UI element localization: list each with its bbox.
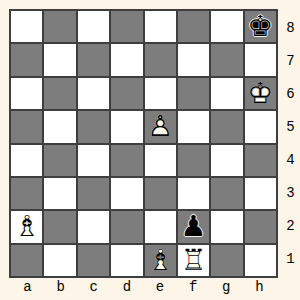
white-bishop-piece[interactable]: ♝♗ xyxy=(11,211,42,242)
rank-label-7: 7 xyxy=(282,44,299,77)
square-f7[interactable] xyxy=(178,44,209,75)
square-c2[interactable] xyxy=(78,211,109,242)
square-g8[interactable] xyxy=(211,11,242,42)
square-a8[interactable] xyxy=(11,11,42,42)
white-pawn-piece[interactable]: ♟♙ xyxy=(145,111,176,142)
white-bishop-outline-glyph: ♗ xyxy=(14,212,40,241)
square-f2[interactable]: ♟ xyxy=(178,211,209,242)
white-pawn-outline-glyph: ♙ xyxy=(147,112,173,141)
square-h2[interactable] xyxy=(245,211,276,242)
square-h6[interactable]: ♚♔ xyxy=(245,78,276,109)
rank-label-6: 6 xyxy=(282,77,299,110)
file-label-d: d xyxy=(110,279,143,297)
square-a6[interactable] xyxy=(11,78,42,109)
square-g6[interactable] xyxy=(211,78,242,109)
file-label-f: f xyxy=(177,279,210,297)
square-e3[interactable] xyxy=(145,178,176,209)
square-a2[interactable]: ♝♗ xyxy=(11,211,42,242)
square-d4[interactable] xyxy=(111,145,142,176)
rank-label-8: 8 xyxy=(282,11,299,44)
square-f3[interactable] xyxy=(178,178,209,209)
square-g3[interactable] xyxy=(211,178,242,209)
square-c6[interactable] xyxy=(78,78,109,109)
rank-label-1: 1 xyxy=(282,243,299,276)
square-h7[interactable] xyxy=(245,44,276,75)
square-g7[interactable] xyxy=(211,44,242,75)
file-label-e: e xyxy=(144,279,177,297)
square-d6[interactable] xyxy=(111,78,142,109)
square-a4[interactable] xyxy=(11,145,42,176)
white-king-piece[interactable]: ♚♔ xyxy=(245,78,276,109)
square-b3[interactable] xyxy=(44,178,75,209)
black-king-piece[interactable]: ♚ xyxy=(245,11,276,42)
white-king-outline-glyph: ♔ xyxy=(247,79,273,108)
rank-label-2: 2 xyxy=(282,210,299,243)
black-pawn-piece[interactable]: ♟ xyxy=(178,211,209,242)
chess-diagram: ♚♚♔♟♙♝♗♟♝♗♜♖ abcdefgh 87654321 xyxy=(0,0,300,300)
square-f5[interactable] xyxy=(178,111,209,142)
square-e1[interactable]: ♝♗ xyxy=(145,245,176,276)
square-d3[interactable] xyxy=(111,178,142,209)
square-d8[interactable] xyxy=(111,11,142,42)
square-d5[interactable] xyxy=(111,111,142,142)
white-bishop-outline-glyph: ♗ xyxy=(147,246,173,275)
file-labels: abcdefgh xyxy=(11,279,276,297)
file-label-h: h xyxy=(243,279,276,297)
square-e4[interactable] xyxy=(145,145,176,176)
square-c5[interactable] xyxy=(78,111,109,142)
square-c1[interactable] xyxy=(78,245,109,276)
square-c7[interactable] xyxy=(78,44,109,75)
square-b2[interactable] xyxy=(44,211,75,242)
square-f8[interactable] xyxy=(178,11,209,42)
square-e7[interactable] xyxy=(145,44,176,75)
square-a7[interactable] xyxy=(11,44,42,75)
black-pawn-fill-glyph: ♟ xyxy=(181,212,207,241)
white-bishop-piece[interactable]: ♝♗ xyxy=(145,245,176,276)
square-f6[interactable] xyxy=(178,78,209,109)
square-a5[interactable] xyxy=(11,111,42,142)
square-h4[interactable] xyxy=(245,145,276,176)
square-h3[interactable] xyxy=(245,178,276,209)
square-a3[interactable] xyxy=(11,178,42,209)
square-e5[interactable]: ♟♙ xyxy=(145,111,176,142)
rank-label-5: 5 xyxy=(282,110,299,143)
white-rook-outline-glyph: ♖ xyxy=(181,246,207,275)
square-h8[interactable]: ♚ xyxy=(245,11,276,42)
file-label-g: g xyxy=(210,279,243,297)
square-f1[interactable]: ♜♖ xyxy=(178,245,209,276)
rank-labels: 87654321 xyxy=(282,11,299,276)
square-h1[interactable] xyxy=(245,245,276,276)
file-label-b: b xyxy=(44,279,77,297)
square-a1[interactable] xyxy=(11,245,42,276)
square-b1[interactable] xyxy=(44,245,75,276)
black-king-fill-glyph: ♚ xyxy=(247,12,273,41)
square-d2[interactable] xyxy=(111,211,142,242)
file-label-a: a xyxy=(11,279,44,297)
square-d7[interactable] xyxy=(111,44,142,75)
square-c4[interactable] xyxy=(78,145,109,176)
square-b7[interactable] xyxy=(44,44,75,75)
square-e8[interactable] xyxy=(145,11,176,42)
square-e2[interactable] xyxy=(145,211,176,242)
square-b5[interactable] xyxy=(44,111,75,142)
square-g1[interactable] xyxy=(211,245,242,276)
square-c3[interactable] xyxy=(78,178,109,209)
square-g4[interactable] xyxy=(211,145,242,176)
chess-board: ♚♚♔♟♙♝♗♟♝♗♜♖ xyxy=(9,9,278,278)
square-f4[interactable] xyxy=(178,145,209,176)
rank-label-3: 3 xyxy=(282,177,299,210)
square-b6[interactable] xyxy=(44,78,75,109)
white-rook-piece[interactable]: ♜♖ xyxy=(178,245,209,276)
square-h5[interactable] xyxy=(245,111,276,142)
square-b8[interactable] xyxy=(44,11,75,42)
square-d1[interactable] xyxy=(111,245,142,276)
square-g5[interactable] xyxy=(211,111,242,142)
file-label-c: c xyxy=(77,279,110,297)
square-c8[interactable] xyxy=(78,11,109,42)
square-b4[interactable] xyxy=(44,145,75,176)
rank-label-4: 4 xyxy=(282,144,299,177)
square-e6[interactable] xyxy=(145,78,176,109)
square-g2[interactable] xyxy=(211,211,242,242)
